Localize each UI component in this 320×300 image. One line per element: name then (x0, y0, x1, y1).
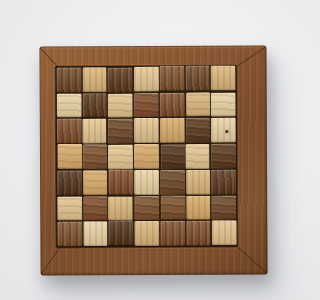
board-square[interactable] (134, 118, 159, 143)
board-square[interactable] (160, 221, 185, 246)
board-square[interactable] (211, 118, 236, 143)
board-square[interactable] (134, 170, 159, 195)
board-square[interactable] (185, 66, 210, 91)
board-square[interactable] (82, 93, 107, 118)
board-square[interactable] (83, 170, 108, 195)
board-square[interactable] (57, 222, 82, 247)
board-square[interactable] (212, 220, 237, 245)
board-square[interactable] (108, 145, 133, 170)
board-square[interactable] (134, 67, 159, 92)
board-square[interactable] (134, 93, 159, 118)
puzzle-board (39, 45, 267, 275)
board-square[interactable] (211, 92, 236, 117)
board-square[interactable] (211, 195, 236, 220)
board-square[interactable] (186, 195, 211, 220)
board-square[interactable] (83, 196, 108, 221)
board-square[interactable] (211, 144, 236, 169)
board-square[interactable] (186, 221, 211, 246)
board-square[interactable] (160, 195, 185, 220)
board-square[interactable] (186, 92, 211, 117)
board-square[interactable] (161, 144, 186, 169)
board-square[interactable] (211, 65, 236, 90)
board-square[interactable] (57, 67, 82, 92)
board-square[interactable] (82, 119, 107, 144)
board-tray (56, 66, 238, 248)
wood-knot (225, 130, 229, 134)
board-square[interactable] (57, 144, 82, 169)
board-square[interactable] (134, 144, 159, 169)
board-square[interactable] (108, 68, 133, 93)
board-square[interactable] (108, 119, 133, 144)
board-square[interactable] (186, 170, 211, 195)
board-square[interactable] (82, 67, 107, 92)
board-square[interactable] (57, 170, 82, 195)
board-square[interactable] (159, 93, 184, 118)
board-square[interactable] (211, 169, 236, 194)
board-square[interactable] (160, 170, 185, 195)
board-square[interactable] (134, 221, 159, 246)
board-square[interactable] (109, 221, 134, 246)
board-square[interactable] (108, 196, 133, 221)
board-square[interactable] (109, 170, 134, 195)
frame-miter-seam (235, 46, 266, 68)
board-square[interactable] (134, 196, 159, 221)
board-square[interactable] (185, 118, 210, 143)
board-square[interactable] (57, 119, 82, 144)
board-square[interactable] (160, 118, 185, 143)
frame-miter-seam (41, 247, 61, 275)
board-square[interactable] (185, 144, 210, 169)
board-square[interactable] (83, 144, 108, 169)
board-grid (56, 66, 238, 248)
frame-miter-seam (236, 245, 267, 273)
board-square[interactable] (57, 196, 82, 221)
board-square[interactable] (83, 222, 108, 247)
board-square[interactable] (108, 93, 133, 118)
frame-miter-seam (40, 48, 59, 68)
photo-background (0, 0, 300, 300)
board-square[interactable] (57, 93, 82, 118)
board-square[interactable] (159, 66, 184, 91)
